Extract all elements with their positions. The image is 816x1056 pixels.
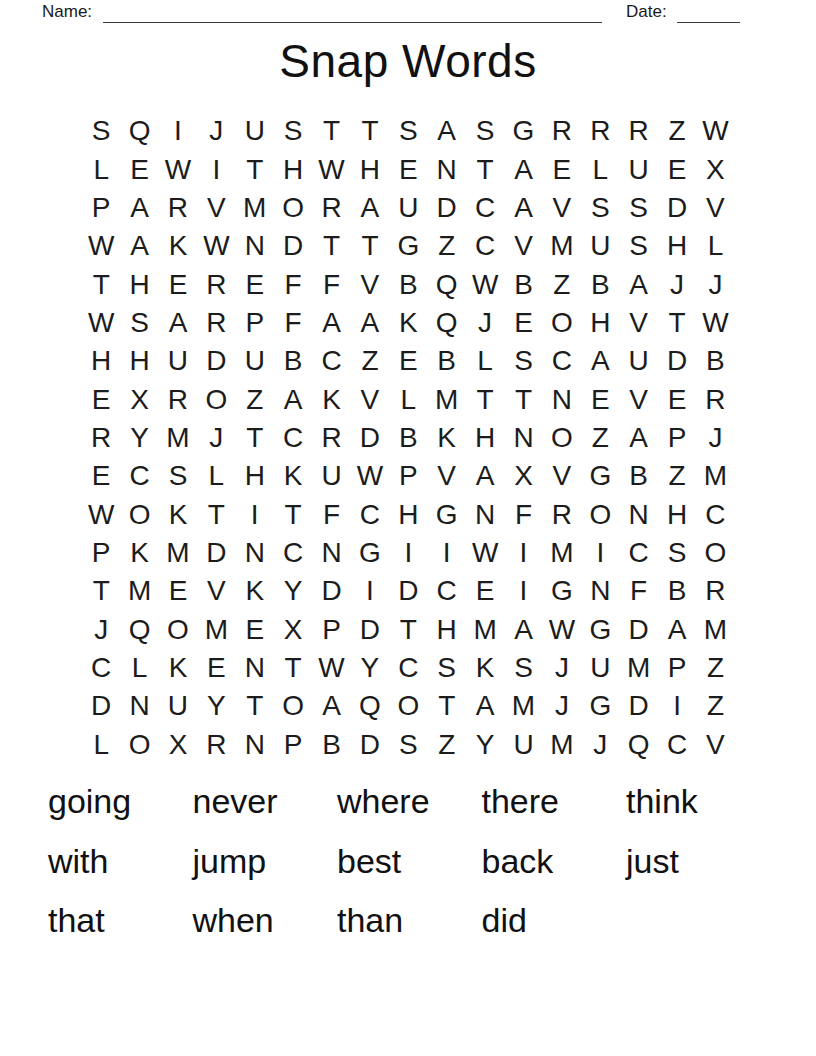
grid-cell[interactable]: C bbox=[543, 342, 581, 380]
grid-cell[interactable]: A bbox=[159, 304, 197, 342]
grid-cell[interactable]: S bbox=[120, 304, 158, 342]
grid-cell[interactable]: N bbox=[504, 419, 542, 457]
grid-cell[interactable]: T bbox=[658, 304, 696, 342]
grid-cell[interactable]: Q bbox=[120, 610, 158, 648]
grid-cell[interactable]: M bbox=[120, 572, 158, 610]
grid-cell[interactable]: Z bbox=[236, 380, 274, 418]
grid-cell[interactable]: R bbox=[696, 380, 734, 418]
grid-cell[interactable]: R bbox=[159, 380, 197, 418]
grid-cell[interactable]: N bbox=[619, 495, 657, 533]
grid-cell[interactable]: J bbox=[197, 419, 235, 457]
grid-cell[interactable]: W bbox=[312, 649, 350, 687]
grid-cell[interactable]: P bbox=[658, 649, 696, 687]
grid-cell[interactable]: M bbox=[504, 687, 542, 725]
grid-cell[interactable]: C bbox=[428, 572, 466, 610]
grid-cell[interactable]: C bbox=[312, 342, 350, 380]
grid-cell[interactable]: W bbox=[82, 495, 120, 533]
grid-cell[interactable]: S bbox=[428, 649, 466, 687]
grid-cell[interactable]: W bbox=[159, 150, 197, 188]
grid-cell[interactable]: V bbox=[197, 572, 235, 610]
grid-cell[interactable]: Y bbox=[466, 726, 504, 764]
grid-cell[interactable]: J bbox=[82, 610, 120, 648]
grid-cell[interactable]: D bbox=[197, 342, 235, 380]
grid-cell[interactable]: E bbox=[159, 572, 197, 610]
grid-cell[interactable]: G bbox=[581, 457, 619, 495]
grid-cell[interactable]: J bbox=[696, 419, 734, 457]
grid-cell[interactable]: Z bbox=[428, 726, 466, 764]
grid-cell[interactable]: T bbox=[236, 687, 274, 725]
grid-cell[interactable]: L bbox=[466, 342, 504, 380]
grid-cell[interactable]: Z bbox=[658, 457, 696, 495]
grid-cell[interactable]: S bbox=[658, 534, 696, 572]
grid-cell[interactable]: C bbox=[274, 534, 312, 572]
grid-cell[interactable]: X bbox=[159, 726, 197, 764]
grid-cell[interactable]: V bbox=[504, 227, 542, 265]
grid-cell[interactable]: D bbox=[197, 534, 235, 572]
grid-cell[interactable]: W bbox=[466, 534, 504, 572]
grid-cell[interactable]: R bbox=[197, 304, 235, 342]
grid-cell[interactable]: N bbox=[312, 534, 350, 572]
grid-cell[interactable]: T bbox=[197, 495, 235, 533]
word-search-grid: SQIJUSTTSASGRRRZWLEWITHWHENTAELUEXPARVMO… bbox=[82, 112, 735, 764]
grid-cell[interactable]: E bbox=[581, 380, 619, 418]
name-fill-in-line[interactable] bbox=[103, 3, 602, 23]
grid-cell[interactable]: D bbox=[389, 572, 427, 610]
grid-cell[interactable]: Q bbox=[428, 265, 466, 303]
grid-cell[interactable]: W bbox=[312, 150, 350, 188]
grid-cell[interactable]: D bbox=[82, 687, 120, 725]
grid-cell[interactable]: R bbox=[197, 265, 235, 303]
grid-cell[interactable]: K bbox=[389, 304, 427, 342]
word-list-item: when bbox=[193, 891, 338, 951]
grid-cell[interactable]: F bbox=[619, 572, 657, 610]
grid-cell[interactable]: I bbox=[236, 495, 274, 533]
grid-cell[interactable]: C bbox=[389, 649, 427, 687]
grid-cell[interactable]: I bbox=[197, 150, 235, 188]
grid-cell[interactable]: R bbox=[82, 419, 120, 457]
grid-cell[interactable]: I bbox=[351, 572, 389, 610]
grid-cell[interactable]: T bbox=[428, 687, 466, 725]
grid-cell[interactable]: V bbox=[543, 457, 581, 495]
grid-cell[interactable]: O bbox=[159, 610, 197, 648]
grid-cell[interactable]: B bbox=[658, 572, 696, 610]
grid-cell[interactable]: R bbox=[543, 112, 581, 150]
grid-cell[interactable]: W bbox=[197, 227, 235, 265]
grid-cell[interactable]: T bbox=[466, 150, 504, 188]
grid-cell[interactable]: E bbox=[236, 610, 274, 648]
grid-cell[interactable]: F bbox=[504, 495, 542, 533]
grid-cell[interactable]: O bbox=[581, 495, 619, 533]
name-label: Name: bbox=[42, 2, 92, 22]
grid-cell[interactable]: K bbox=[274, 457, 312, 495]
grid-cell[interactable]: H bbox=[82, 342, 120, 380]
grid-cell[interactable]: I bbox=[658, 687, 696, 725]
word-list-item: jump bbox=[193, 832, 338, 892]
grid-cell[interactable]: T bbox=[82, 265, 120, 303]
grid-cell[interactable]: J bbox=[696, 265, 734, 303]
grid-cell[interactable]: C bbox=[696, 495, 734, 533]
grid-cell[interactable]: U bbox=[389, 189, 427, 227]
grid-cell[interactable]: J bbox=[543, 687, 581, 725]
grid-cell[interactable]: Z bbox=[658, 112, 696, 150]
grid-cell[interactable]: V bbox=[696, 189, 734, 227]
grid-cell[interactable]: O bbox=[543, 304, 581, 342]
grid-cell[interactable]: V bbox=[619, 380, 657, 418]
grid-cell[interactable]: G bbox=[581, 610, 619, 648]
grid-cell[interactable]: D bbox=[428, 189, 466, 227]
grid-cell[interactable]: S bbox=[619, 227, 657, 265]
grid-cell[interactable]: P bbox=[312, 610, 350, 648]
grid-cell[interactable]: A bbox=[351, 304, 389, 342]
date-fill-in-line[interactable] bbox=[677, 3, 740, 23]
grid-cell[interactable]: M bbox=[543, 726, 581, 764]
grid-cell[interactable]: H bbox=[658, 227, 696, 265]
grid-cell[interactable]: N bbox=[236, 726, 274, 764]
grid-cell[interactable]: N bbox=[120, 687, 158, 725]
grid-cell[interactable]: H bbox=[389, 495, 427, 533]
grid-cell[interactable]: K bbox=[428, 419, 466, 457]
grid-cell[interactable]: F bbox=[312, 265, 350, 303]
grid-cell[interactable]: R bbox=[312, 419, 350, 457]
grid-cell[interactable]: W bbox=[466, 265, 504, 303]
grid-cell[interactable]: H bbox=[581, 304, 619, 342]
grid-cell[interactable]: X bbox=[696, 150, 734, 188]
grid-cell[interactable]: K bbox=[312, 380, 350, 418]
grid-cell[interactable]: H bbox=[120, 265, 158, 303]
grid-cell[interactable]: V bbox=[428, 457, 466, 495]
date-label: Date: bbox=[626, 2, 667, 22]
grid-cell[interactable]: H bbox=[120, 342, 158, 380]
grid-cell[interactable]: T bbox=[82, 572, 120, 610]
grid-cell[interactable]: I bbox=[389, 534, 427, 572]
grid-cell[interactable]: G bbox=[351, 534, 389, 572]
grid-cell[interactable]: M bbox=[159, 419, 197, 457]
grid-cell[interactable]: S bbox=[82, 112, 120, 150]
grid-cell[interactable]: Z bbox=[428, 227, 466, 265]
grid-cell[interactable]: E bbox=[236, 265, 274, 303]
grid-cell[interactable]: A bbox=[312, 304, 350, 342]
grid-cell[interactable]: Z bbox=[581, 419, 619, 457]
grid-cell[interactable]: O bbox=[197, 380, 235, 418]
grid-cell[interactable]: E bbox=[504, 304, 542, 342]
grid-cell[interactable]: B bbox=[274, 342, 312, 380]
word-list-item: think bbox=[626, 772, 771, 832]
grid-cell[interactable]: R bbox=[312, 189, 350, 227]
grid-cell[interactable]: E bbox=[159, 265, 197, 303]
grid-cell[interactable]: S bbox=[619, 189, 657, 227]
grid-cell[interactable]: X bbox=[120, 380, 158, 418]
grid-cell[interactable]: G bbox=[543, 572, 581, 610]
grid-cell[interactable]: P bbox=[82, 189, 120, 227]
grid-cell[interactable]: Q bbox=[428, 304, 466, 342]
grid-cell[interactable]: V bbox=[619, 304, 657, 342]
grid-cell[interactable]: I bbox=[428, 534, 466, 572]
grid-cell[interactable]: U bbox=[619, 150, 657, 188]
grid-cell[interactable]: K bbox=[236, 572, 274, 610]
grid-cell[interactable]: A bbox=[504, 189, 542, 227]
grid-cell[interactable]: M bbox=[197, 610, 235, 648]
grid-cell[interactable]: E bbox=[389, 150, 427, 188]
grid-cell[interactable]: N bbox=[236, 227, 274, 265]
grid-cell[interactable]: A bbox=[274, 380, 312, 418]
grid-cell[interactable]: H bbox=[274, 150, 312, 188]
grid-cell[interactable]: T bbox=[274, 495, 312, 533]
grid-cell[interactable]: A bbox=[428, 112, 466, 150]
grid-cell[interactable]: T bbox=[312, 227, 350, 265]
grid-cell[interactable]: T bbox=[236, 419, 274, 457]
grid-cell[interactable]: F bbox=[274, 265, 312, 303]
grid-cell[interactable]: C bbox=[466, 189, 504, 227]
grid-cell[interactable]: V bbox=[543, 189, 581, 227]
grid-cell[interactable]: R bbox=[159, 189, 197, 227]
grid-cell[interactable]: R bbox=[696, 572, 734, 610]
grid-cell[interactable]: D bbox=[658, 342, 696, 380]
grid-cell[interactable]: E bbox=[120, 150, 158, 188]
grid-cell[interactable]: Y bbox=[274, 572, 312, 610]
grid-cell[interactable]: N bbox=[428, 150, 466, 188]
grid-cell[interactable]: Q bbox=[351, 687, 389, 725]
grid-cell[interactable]: B bbox=[581, 265, 619, 303]
grid-cell[interactable]: B bbox=[312, 726, 350, 764]
word-list-item: there bbox=[482, 772, 627, 832]
grid-cell[interactable]: S bbox=[581, 189, 619, 227]
grid-cell[interactable]: T bbox=[312, 112, 350, 150]
grid-cell[interactable]: W bbox=[351, 457, 389, 495]
grid-cell[interactable]: Z bbox=[543, 265, 581, 303]
grid-cell[interactable]: W bbox=[82, 227, 120, 265]
grid-cell[interactable]: G bbox=[389, 227, 427, 265]
grid-cell[interactable]: J bbox=[658, 265, 696, 303]
grid-cell[interactable]: O bbox=[274, 189, 312, 227]
grid-cell[interactable]: O bbox=[274, 687, 312, 725]
grid-cell[interactable]: E bbox=[197, 649, 235, 687]
grid-cell[interactable]: E bbox=[82, 380, 120, 418]
grid-cell[interactable]: L bbox=[82, 726, 120, 764]
grid-cell[interactable]: Q bbox=[619, 726, 657, 764]
grid-cell[interactable]: D bbox=[658, 189, 696, 227]
grid-cell[interactable]: B bbox=[428, 342, 466, 380]
grid-cell[interactable]: C bbox=[658, 726, 696, 764]
grid-cell[interactable]: W bbox=[82, 304, 120, 342]
grid-cell[interactable]: R bbox=[543, 495, 581, 533]
grid-cell[interactable]: V bbox=[696, 726, 734, 764]
grid-cell[interactable]: S bbox=[274, 112, 312, 150]
grid-cell[interactable]: V bbox=[351, 380, 389, 418]
grid-cell[interactable]: L bbox=[120, 649, 158, 687]
grid-cell[interactable]: G bbox=[581, 687, 619, 725]
grid-cell[interactable]: D bbox=[619, 610, 657, 648]
word-list-item: going bbox=[48, 772, 193, 832]
grid-cell[interactable]: C bbox=[466, 227, 504, 265]
grid-cell[interactable]: B bbox=[389, 265, 427, 303]
grid-cell[interactable]: A bbox=[504, 150, 542, 188]
grid-cell[interactable]: V bbox=[197, 189, 235, 227]
grid-cell[interactable]: A bbox=[351, 189, 389, 227]
grid-cell[interactable]: A bbox=[120, 227, 158, 265]
grid-cell[interactable]: D bbox=[274, 227, 312, 265]
grid-cell[interactable]: U bbox=[619, 342, 657, 380]
grid-cell[interactable]: Z bbox=[696, 649, 734, 687]
grid-cell[interactable]: W bbox=[696, 304, 734, 342]
grid-cell[interactable]: F bbox=[274, 304, 312, 342]
grid-cell[interactable]: F bbox=[312, 495, 350, 533]
grid-cell[interactable]: L bbox=[696, 227, 734, 265]
grid-cell[interactable]: T bbox=[236, 150, 274, 188]
grid-cell[interactable]: T bbox=[504, 380, 542, 418]
grid-cell[interactable]: A bbox=[120, 189, 158, 227]
grid-cell[interactable]: I bbox=[581, 534, 619, 572]
grid-cell[interactable]: C bbox=[82, 649, 120, 687]
grid-cell[interactable]: H bbox=[236, 457, 274, 495]
grid-cell[interactable]: A bbox=[619, 265, 657, 303]
grid-cell[interactable]: U bbox=[236, 112, 274, 150]
grid-cell[interactable]: E bbox=[82, 457, 120, 495]
grid-cell[interactable]: E bbox=[658, 380, 696, 418]
grid-cell[interactable]: A bbox=[466, 687, 504, 725]
grid-cell[interactable]: U bbox=[504, 726, 542, 764]
grid-cell[interactable]: Y bbox=[351, 649, 389, 687]
grid-cell[interactable]: H bbox=[428, 610, 466, 648]
grid-cell[interactable]: C bbox=[274, 419, 312, 457]
grid-cell[interactable]: M bbox=[543, 227, 581, 265]
grid-cell[interactable]: G bbox=[504, 112, 542, 150]
word-list-item: that bbox=[48, 891, 193, 951]
grid-cell[interactable]: I bbox=[504, 572, 542, 610]
grid-cell[interactable]: P bbox=[274, 726, 312, 764]
grid-cell[interactable]: O bbox=[543, 419, 581, 457]
grid-cell[interactable]: T bbox=[274, 649, 312, 687]
grid-cell[interactable]: L bbox=[389, 380, 427, 418]
grid-cell[interactable]: G bbox=[428, 495, 466, 533]
grid-cell[interactable]: A bbox=[581, 342, 619, 380]
grid-cell[interactable]: K bbox=[120, 534, 158, 572]
grid-cell[interactable]: S bbox=[504, 649, 542, 687]
grid-cell[interactable]: T bbox=[351, 227, 389, 265]
grid-cell[interactable]: D bbox=[351, 419, 389, 457]
grid-cell[interactable]: P bbox=[658, 419, 696, 457]
grid-cell[interactable]: N bbox=[236, 649, 274, 687]
grid-cell[interactable]: I bbox=[504, 534, 542, 572]
grid-cell[interactable]: O bbox=[120, 495, 158, 533]
grid-cell[interactable]: R bbox=[581, 112, 619, 150]
grid-cell[interactable]: P bbox=[82, 534, 120, 572]
grid-cell[interactable]: P bbox=[389, 457, 427, 495]
grid-cell[interactable]: Y bbox=[120, 419, 158, 457]
grid-cell[interactable]: L bbox=[581, 150, 619, 188]
grid-cell[interactable]: S bbox=[159, 457, 197, 495]
grid-cell[interactable]: S bbox=[389, 112, 427, 150]
grid-cell[interactable]: M bbox=[236, 189, 274, 227]
grid-cell[interactable]: B bbox=[619, 457, 657, 495]
grid-cell[interactable]: A bbox=[504, 610, 542, 648]
grid-cell[interactable]: Z bbox=[351, 342, 389, 380]
grid-cell[interactable]: M bbox=[159, 534, 197, 572]
grid-cell[interactable]: R bbox=[619, 112, 657, 150]
grid-cell[interactable]: A bbox=[658, 610, 696, 648]
grid-cell[interactable]: O bbox=[696, 534, 734, 572]
grid-cell[interactable]: J bbox=[466, 304, 504, 342]
grid-cell[interactable]: N bbox=[236, 534, 274, 572]
grid-cell[interactable]: N bbox=[543, 380, 581, 418]
grid-cell[interactable]: S bbox=[466, 112, 504, 150]
grid-cell[interactable]: A bbox=[619, 419, 657, 457]
grid-cell[interactable]: M bbox=[619, 649, 657, 687]
grid-cell[interactable]: U bbox=[236, 342, 274, 380]
grid-cell[interactable]: S bbox=[389, 726, 427, 764]
grid-cell[interactable]: K bbox=[159, 495, 197, 533]
grid-cell[interactable]: U bbox=[581, 227, 619, 265]
grid-cell[interactable]: C bbox=[351, 495, 389, 533]
grid-cell[interactable]: T bbox=[351, 112, 389, 150]
grid-cell[interactable]: E bbox=[389, 342, 427, 380]
grid-cell[interactable]: M bbox=[543, 534, 581, 572]
grid-cell[interactable]: K bbox=[159, 649, 197, 687]
grid-cell[interactable]: C bbox=[619, 534, 657, 572]
grid-cell[interactable]: E bbox=[658, 150, 696, 188]
grid-cell[interactable]: H bbox=[351, 150, 389, 188]
grid-cell[interactable]: H bbox=[466, 419, 504, 457]
grid-cell[interactable]: R bbox=[197, 726, 235, 764]
grid-cell[interactable]: C bbox=[120, 457, 158, 495]
grid-cell[interactable]: A bbox=[466, 457, 504, 495]
grid-cell[interactable]: A bbox=[312, 687, 350, 725]
grid-cell[interactable]: M bbox=[428, 380, 466, 418]
grid-cell[interactable]: W bbox=[696, 112, 734, 150]
grid-cell[interactable]: U bbox=[159, 687, 197, 725]
grid-cell[interactable]: D bbox=[312, 572, 350, 610]
grid-cell[interactable]: J bbox=[543, 649, 581, 687]
grid-cell[interactable]: D bbox=[619, 687, 657, 725]
grid-cell[interactable]: Q bbox=[120, 112, 158, 150]
grid-cell[interactable]: H bbox=[658, 495, 696, 533]
grid-cell[interactable]: P bbox=[236, 304, 274, 342]
grid-cell[interactable]: W bbox=[543, 610, 581, 648]
grid-cell[interactable]: U bbox=[159, 342, 197, 380]
grid-cell[interactable]: M bbox=[696, 457, 734, 495]
grid-cell[interactable]: M bbox=[696, 610, 734, 648]
grid-cell[interactable]: E bbox=[466, 572, 504, 610]
grid-cell[interactable]: D bbox=[351, 610, 389, 648]
grid-cell[interactable]: T bbox=[466, 380, 504, 418]
grid-cell[interactable]: D bbox=[351, 726, 389, 764]
grid-cell[interactable]: N bbox=[466, 495, 504, 533]
grid-cell[interactable]: I bbox=[159, 112, 197, 150]
grid-cell[interactable]: J bbox=[197, 112, 235, 150]
grid-cell[interactable]: B bbox=[389, 419, 427, 457]
grid-cell[interactable]: K bbox=[159, 227, 197, 265]
grid-cell[interactable]: B bbox=[696, 342, 734, 380]
grid-cell[interactable]: B bbox=[504, 265, 542, 303]
grid-cell[interactable]: Z bbox=[696, 687, 734, 725]
grid-cell[interactable]: X bbox=[274, 610, 312, 648]
grid-cell[interactable]: S bbox=[504, 342, 542, 380]
grid-cell[interactable]: O bbox=[120, 726, 158, 764]
grid-cell[interactable]: E bbox=[543, 150, 581, 188]
grid-cell[interactable]: K bbox=[466, 649, 504, 687]
grid-cell[interactable]: V bbox=[351, 265, 389, 303]
grid-cell[interactable]: U bbox=[312, 457, 350, 495]
grid-cell[interactable]: T bbox=[389, 610, 427, 648]
grid-cell[interactable]: M bbox=[466, 610, 504, 648]
grid-cell[interactable]: U bbox=[581, 649, 619, 687]
grid-cell[interactable]: L bbox=[82, 150, 120, 188]
grid-cell[interactable]: Y bbox=[197, 687, 235, 725]
grid-cell[interactable]: O bbox=[389, 687, 427, 725]
grid-cell[interactable]: L bbox=[197, 457, 235, 495]
grid-cell[interactable]: J bbox=[581, 726, 619, 764]
grid-cell[interactable]: X bbox=[504, 457, 542, 495]
grid-cell[interactable]: N bbox=[581, 572, 619, 610]
